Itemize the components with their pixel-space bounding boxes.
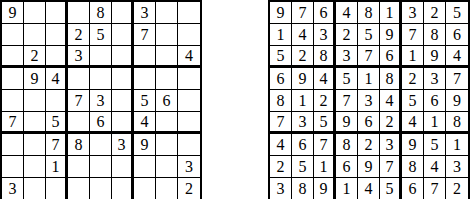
puzzle-cell-r6c6 bbox=[112, 112, 134, 134]
puzzle-cell-r6c9 bbox=[178, 112, 200, 134]
solution-cell-r6c2: 3 bbox=[292, 112, 314, 134]
solution-cell-r3c2: 2 bbox=[292, 46, 314, 68]
solution-cell-r9c8: 7 bbox=[424, 178, 446, 199]
puzzle-cell-r9c9: 2 bbox=[178, 178, 200, 199]
solution-cell-r4c1: 6 bbox=[270, 68, 292, 90]
solution-cell-r7c4: 8 bbox=[336, 134, 358, 156]
puzzle-cell-r6c7: 4 bbox=[134, 112, 156, 134]
puzzle-cell-r6c3: 5 bbox=[46, 112, 68, 134]
puzzle-cell-r3c8 bbox=[156, 46, 178, 68]
solution-cell-r4c5: 1 bbox=[358, 68, 380, 90]
solution-cell-r8c9: 3 bbox=[446, 156, 468, 178]
puzzle-cell-r3c4: 3 bbox=[68, 46, 90, 68]
puzzle-cell-r3c6 bbox=[112, 46, 134, 68]
solution-cell-r1c4: 4 bbox=[336, 2, 358, 24]
puzzle-cell-r8c2 bbox=[24, 156, 46, 178]
solution-cell-r9c4: 1 bbox=[336, 178, 358, 199]
solution-cell-r3c1: 5 bbox=[270, 46, 292, 68]
solution-cell-r9c5: 4 bbox=[358, 178, 380, 199]
puzzle-cell-r5c5: 3 bbox=[90, 90, 112, 112]
puzzle-cell-r9c2 bbox=[24, 178, 46, 199]
solution-cell-r6c5: 6 bbox=[358, 112, 380, 134]
solution-cell-r3c5: 7 bbox=[358, 46, 380, 68]
solution-cell-r5c2: 1 bbox=[292, 90, 314, 112]
puzzle-cell-r5c4: 7 bbox=[68, 90, 90, 112]
puzzle-cell-r9c3 bbox=[46, 178, 68, 199]
solution-cell-r9c7: 6 bbox=[402, 178, 424, 199]
solution-cell-r5c1: 8 bbox=[270, 90, 292, 112]
solution-cell-r4c9: 7 bbox=[446, 68, 468, 90]
puzzle-cell-r2c7: 7 bbox=[134, 24, 156, 46]
solution-cell-r2c8: 8 bbox=[424, 24, 446, 46]
puzzle-cell-r3c3 bbox=[46, 46, 68, 68]
puzzle-cell-r5c8: 6 bbox=[156, 90, 178, 112]
solution-cell-r5c8: 6 bbox=[424, 90, 446, 112]
puzzle-cell-r6c8 bbox=[156, 112, 178, 134]
solution-cell-r7c7: 9 bbox=[402, 134, 424, 156]
solution-cell-r4c7: 2 bbox=[402, 68, 424, 90]
puzzle-cell-r6c1: 7 bbox=[2, 112, 24, 134]
puzzle-cell-r8c1 bbox=[2, 156, 24, 178]
puzzle-cell-r2c6 bbox=[112, 24, 134, 46]
solution-cell-r3c7: 1 bbox=[402, 46, 424, 68]
puzzle-cell-r9c7 bbox=[134, 178, 156, 199]
solution-cell-r4c6: 8 bbox=[380, 68, 402, 90]
puzzle-cell-r9c6 bbox=[112, 178, 134, 199]
solution-cell-r2c3: 3 bbox=[314, 24, 336, 46]
puzzle-cell-r2c2 bbox=[24, 24, 46, 46]
solution-cell-r1c6: 1 bbox=[380, 2, 402, 24]
puzzle-cell-r1c6 bbox=[112, 2, 134, 24]
solution-cell-r2c7: 7 bbox=[402, 24, 424, 46]
puzzle-cell-r3c2: 2 bbox=[24, 46, 46, 68]
solution-cell-r2c2: 4 bbox=[292, 24, 314, 46]
solution-cell-r8c3: 1 bbox=[314, 156, 336, 178]
puzzle-cell-r7c7: 9 bbox=[134, 134, 156, 156]
solution-cell-r4c4: 5 bbox=[336, 68, 358, 90]
puzzle-cell-r3c1 bbox=[2, 46, 24, 68]
solution-cell-r7c5: 2 bbox=[358, 134, 380, 156]
puzzle-cell-r2c4: 2 bbox=[68, 24, 90, 46]
puzzle-cell-r8c7 bbox=[134, 156, 156, 178]
solution-cell-r8c2: 5 bbox=[292, 156, 314, 178]
puzzle-cell-r4c1 bbox=[2, 68, 24, 90]
solution-cell-r8c7: 8 bbox=[402, 156, 424, 178]
puzzle-cell-r7c6: 3 bbox=[112, 134, 134, 156]
solution-cell-r8c5: 9 bbox=[358, 156, 380, 178]
solution-cell-r3c8: 9 bbox=[424, 46, 446, 68]
puzzle-cell-r4c7 bbox=[134, 68, 156, 90]
solution-cell-r1c1: 9 bbox=[270, 2, 292, 24]
puzzle-cell-r7c2 bbox=[24, 134, 46, 156]
solution-cell-r2c5: 5 bbox=[358, 24, 380, 46]
puzzle-grid: 983257234947356756478391332 bbox=[0, 0, 202, 199]
solution-cell-r5c3: 2 bbox=[314, 90, 336, 112]
puzzle-cell-r1c5: 8 bbox=[90, 2, 112, 24]
solution-cell-r7c9: 1 bbox=[446, 134, 468, 156]
puzzle-cell-r4c5 bbox=[90, 68, 112, 90]
solution-cell-r5c6: 4 bbox=[380, 90, 402, 112]
puzzle-cell-r5c3 bbox=[46, 90, 68, 112]
puzzle-cell-r7c9 bbox=[178, 134, 200, 156]
puzzle-cell-r1c4 bbox=[68, 2, 90, 24]
solution-cell-r1c7: 3 bbox=[402, 2, 424, 24]
solution-cell-r7c2: 6 bbox=[292, 134, 314, 156]
solution-cell-r4c2: 9 bbox=[292, 68, 314, 90]
solution-cell-r9c1: 3 bbox=[270, 178, 292, 199]
solution-cell-r1c3: 6 bbox=[314, 2, 336, 24]
puzzle-cell-r8c6 bbox=[112, 156, 134, 178]
puzzle-cell-r7c5 bbox=[90, 134, 112, 156]
solution-cell-r7c8: 5 bbox=[424, 134, 446, 156]
puzzle-cell-r8c4 bbox=[68, 156, 90, 178]
solution-cell-r3c3: 8 bbox=[314, 46, 336, 68]
puzzle-cell-r7c4: 8 bbox=[68, 134, 90, 156]
puzzle-cell-r7c8 bbox=[156, 134, 178, 156]
solution-cell-r1c2: 7 bbox=[292, 2, 314, 24]
solution-cell-r5c9: 9 bbox=[446, 90, 468, 112]
solution-cell-r5c4: 7 bbox=[336, 90, 358, 112]
puzzle-cell-r5c9 bbox=[178, 90, 200, 112]
solution-cell-r6c3: 5 bbox=[314, 112, 336, 134]
puzzle-cell-r2c5: 5 bbox=[90, 24, 112, 46]
solution-cell-r5c7: 5 bbox=[402, 90, 424, 112]
puzzle-cell-r8c5 bbox=[90, 156, 112, 178]
puzzle-cell-r5c6 bbox=[112, 90, 134, 112]
solution-cell-r9c3: 9 bbox=[314, 178, 336, 199]
puzzle-cell-r9c1: 3 bbox=[2, 178, 24, 199]
solution-cell-r8c6: 7 bbox=[380, 156, 402, 178]
puzzle-cell-r6c4 bbox=[68, 112, 90, 134]
solution-cell-r4c3: 4 bbox=[314, 68, 336, 90]
puzzle-cell-r2c3 bbox=[46, 24, 68, 46]
solution-cell-r8c8: 4 bbox=[424, 156, 446, 178]
solution-cell-r4c8: 3 bbox=[424, 68, 446, 90]
solution-cell-r3c4: 3 bbox=[336, 46, 358, 68]
solution-cell-r9c2: 8 bbox=[292, 178, 314, 199]
solution-grid: 9764813251432597865283761946945182378127… bbox=[268, 0, 470, 199]
puzzle-cell-r1c3 bbox=[46, 2, 68, 24]
puzzle-cell-r9c5 bbox=[90, 178, 112, 199]
puzzle-cell-r1c9 bbox=[178, 2, 200, 24]
puzzle-cell-r6c5: 6 bbox=[90, 112, 112, 134]
solution-cell-r8c4: 6 bbox=[336, 156, 358, 178]
puzzle-cell-r8c9: 3 bbox=[178, 156, 200, 178]
solution-cell-r6c6: 2 bbox=[380, 112, 402, 134]
puzzle-cell-r4c3: 4 bbox=[46, 68, 68, 90]
puzzle-cell-r3c9: 4 bbox=[178, 46, 200, 68]
solution-cell-r6c7: 4 bbox=[402, 112, 424, 134]
solution-cell-r1c5: 8 bbox=[358, 2, 380, 24]
solution-cell-r2c6: 9 bbox=[380, 24, 402, 46]
puzzle-cell-r6c2 bbox=[24, 112, 46, 134]
solution-cell-r2c9: 6 bbox=[446, 24, 468, 46]
puzzle-cell-r2c1 bbox=[2, 24, 24, 46]
puzzle-cell-r1c1: 9 bbox=[2, 2, 24, 24]
puzzle-cell-r5c1 bbox=[2, 90, 24, 112]
solution-cell-r5c5: 3 bbox=[358, 90, 380, 112]
puzzle-cell-r8c8 bbox=[156, 156, 178, 178]
puzzle-cell-r9c8 bbox=[156, 178, 178, 199]
solution-cell-r3c9: 4 bbox=[446, 46, 468, 68]
solution-cell-r9c9: 2 bbox=[446, 178, 468, 199]
puzzle-cell-r9c4 bbox=[68, 178, 90, 199]
solution-cell-r2c1: 1 bbox=[270, 24, 292, 46]
solution-cell-r6c8: 1 bbox=[424, 112, 446, 134]
puzzle-cell-r5c7: 5 bbox=[134, 90, 156, 112]
sudoku-page: 983257234947356756478391332 976481325143… bbox=[0, 0, 470, 199]
puzzle-cell-r1c2 bbox=[24, 2, 46, 24]
solution-cell-r7c6: 3 bbox=[380, 134, 402, 156]
solution-cell-r6c4: 9 bbox=[336, 112, 358, 134]
puzzle-cell-r4c6 bbox=[112, 68, 134, 90]
solution-cell-r6c1: 7 bbox=[270, 112, 292, 134]
solution-cell-r1c9: 5 bbox=[446, 2, 468, 24]
puzzle-cell-r3c5 bbox=[90, 46, 112, 68]
puzzle-cell-r7c1 bbox=[2, 134, 24, 156]
puzzle-cell-r5c2 bbox=[24, 90, 46, 112]
puzzle-cell-r1c8 bbox=[156, 2, 178, 24]
solution-cell-r2c4: 2 bbox=[336, 24, 358, 46]
puzzle-cell-r4c4 bbox=[68, 68, 90, 90]
puzzle-cell-r3c7 bbox=[134, 46, 156, 68]
solution-cell-r3c6: 6 bbox=[380, 46, 402, 68]
solution-cell-r7c1: 4 bbox=[270, 134, 292, 156]
puzzle-cell-r2c9 bbox=[178, 24, 200, 46]
puzzle-cell-r4c8 bbox=[156, 68, 178, 90]
solution-cell-r6c9: 8 bbox=[446, 112, 468, 134]
solution-cell-r7c3: 7 bbox=[314, 134, 336, 156]
solution-cell-r8c1: 2 bbox=[270, 156, 292, 178]
puzzle-cell-r4c2: 9 bbox=[24, 68, 46, 90]
puzzle-cell-r1c7: 3 bbox=[134, 2, 156, 24]
puzzle-cell-r2c8 bbox=[156, 24, 178, 46]
puzzle-cell-r4c9 bbox=[178, 68, 200, 90]
puzzle-cell-r8c3: 1 bbox=[46, 156, 68, 178]
solution-cell-r1c8: 2 bbox=[424, 2, 446, 24]
puzzle-cell-r7c3: 7 bbox=[46, 134, 68, 156]
solution-cell-r9c6: 5 bbox=[380, 178, 402, 199]
